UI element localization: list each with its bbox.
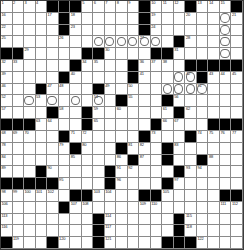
grid-cell-r10c10[interactable] <box>105 107 117 119</box>
grid-cell-r2c8[interactable] <box>82 13 94 25</box>
grid-cell-r12c7[interactable]: 71 <box>70 131 82 143</box>
grid-cell-r8c3[interactable] <box>24 84 36 96</box>
grid-cell-r11c10[interactable] <box>105 119 117 131</box>
grid-cell-r18c21[interactable]: 112 <box>231 202 243 214</box>
grid-cell-r14c3[interactable] <box>24 155 36 167</box>
grid-cell-r20c5[interactable] <box>47 225 59 237</box>
grid-cell-r21c14[interactable] <box>151 237 163 249</box>
grid-cell-r21c7[interactable] <box>70 237 82 249</box>
grid-cell-r12c8[interactable]: 72 <box>82 131 94 143</box>
grid-cell-r17c12[interactable] <box>128 190 140 202</box>
grid-cell-r4c13[interactable]: 27 <box>139 36 151 48</box>
grid-cell-r2c10[interactable] <box>105 13 117 25</box>
grid-cell-r6c9[interactable]: 35 <box>93 60 105 72</box>
grid-cell-r10c11[interactable]: 60 <box>116 107 128 119</box>
grid-cell-r6c14[interactable]: 37 <box>151 60 163 72</box>
grid-cell-r14c19[interactable]: 88 <box>208 155 220 167</box>
grid-cell-r19c4[interactable] <box>36 214 48 226</box>
grid-cell-r9c7[interactable] <box>70 95 82 107</box>
grid-cell-r8c19[interactable] <box>208 84 220 96</box>
grid-cell-r1c20[interactable]: 15 <box>220 1 232 13</box>
grid-cell-r13c14[interactable] <box>151 143 163 155</box>
grid-cell-r18c17[interactable] <box>185 202 197 214</box>
grid-cell-r18c20[interactable]: 111 <box>220 202 232 214</box>
grid-cell-r20c12[interactable] <box>128 225 140 237</box>
grid-cell-r19c19[interactable] <box>208 214 220 226</box>
grid-cell-r13c21[interactable] <box>231 143 243 155</box>
grid-cell-r13c9[interactable] <box>93 143 105 155</box>
grid-cell-r9c12[interactable]: 55 <box>128 95 140 107</box>
grid-cell-r9c10[interactable] <box>105 95 117 107</box>
grid-cell-r4c5[interactable] <box>47 36 59 48</box>
grid-cell-r3c9[interactable] <box>93 25 105 37</box>
grid-cell-r6c3[interactable] <box>24 60 36 72</box>
grid-cell-r18c11[interactable] <box>116 202 128 214</box>
grid-cell-r13c1[interactable]: 78 <box>1 143 13 155</box>
grid-cell-r3c2[interactable] <box>13 25 25 37</box>
grid-cell-r18c5[interactable] <box>47 202 59 214</box>
grid-cell-r10c6[interactable]: 58 <box>59 107 71 119</box>
grid-cell-r19c11[interactable] <box>116 214 128 226</box>
grid-cell-r8c2[interactable] <box>13 84 25 96</box>
grid-cell-r17c11[interactable] <box>116 190 128 202</box>
grid-cell-r11c5[interactable]: 64 <box>47 119 59 131</box>
grid-cell-r11c9[interactable]: 65 <box>93 119 105 131</box>
grid-cell-r1c18[interactable]: 13 <box>197 1 209 13</box>
grid-cell-r18c18[interactable] <box>197 202 209 214</box>
grid-cell-r4c14[interactable] <box>151 36 163 48</box>
grid-cell-r2c2[interactable] <box>13 13 25 25</box>
grid-cell-r19c3[interactable] <box>24 214 36 226</box>
grid-cell-r18c14[interactable]: 110 <box>151 202 163 214</box>
grid-cell-r20c7[interactable] <box>70 225 82 237</box>
grid-cell-r16c17[interactable] <box>185 178 197 190</box>
grid-cell-r9c3[interactable] <box>24 95 36 107</box>
grid-cell-r15c9[interactable] <box>93 166 105 178</box>
grid-cell-r13c20[interactable] <box>220 143 232 155</box>
grid-cell-r10c17[interactable]: 62 <box>185 107 197 119</box>
grid-cell-r7c16[interactable] <box>174 72 186 84</box>
grid-cell-r20c4[interactable] <box>36 225 48 237</box>
grid-cell-r6c5[interactable] <box>47 60 59 72</box>
grid-cell-r6c15[interactable]: 38 <box>162 60 174 72</box>
grid-cell-r7c17[interactable]: 42 <box>185 72 197 84</box>
grid-cell-r5c11[interactable] <box>116 48 128 60</box>
grid-cell-r4c19[interactable] <box>208 36 220 48</box>
grid-cell-r8c8[interactable] <box>82 84 94 96</box>
grid-cell-r2c9[interactable] <box>93 13 105 25</box>
grid-cell-r12c3[interactable]: 70 <box>24 131 36 143</box>
grid-cell-r17c10[interactable]: 104 <box>105 190 117 202</box>
grid-cell-r4c4[interactable] <box>36 36 48 48</box>
grid-cell-r11c16[interactable]: 67 <box>174 119 186 131</box>
grid-cell-r6c2[interactable]: 33 <box>13 60 25 72</box>
grid-cell-r19c14[interactable] <box>151 214 163 226</box>
grid-cell-r17c19[interactable] <box>208 190 220 202</box>
grid-cell-r7c5[interactable] <box>47 72 59 84</box>
grid-cell-r1c10[interactable]: 7 <box>105 1 117 13</box>
grid-cell-r5c3[interactable]: 29 <box>24 48 36 60</box>
grid-cell-r21c6[interactable]: 120 <box>59 237 71 249</box>
grid-cell-r4c6[interactable]: 26 <box>59 36 71 48</box>
grid-cell-r7c10[interactable] <box>105 72 117 84</box>
grid-cell-r16c11[interactable]: 96 <box>116 178 128 190</box>
grid-cell-r16c21[interactable] <box>231 178 243 190</box>
grid-cell-r7c11[interactable] <box>116 72 128 84</box>
grid-cell-r3c19[interactable] <box>208 25 220 37</box>
grid-cell-r16c20[interactable] <box>220 178 232 190</box>
grid-cell-r1c3[interactable]: 3 <box>24 1 36 13</box>
grid-cell-r2c14[interactable]: 19 <box>151 13 163 25</box>
grid-cell-r12c21[interactable]: 77 <box>231 131 243 143</box>
grid-cell-r10c21[interactable] <box>231 107 243 119</box>
grid-cell-r21c4[interactable] <box>36 237 48 249</box>
grid-cell-r20c19[interactable] <box>208 225 220 237</box>
grid-cell-r8c20[interactable] <box>220 84 232 96</box>
grid-cell-r5c10[interactable]: 30 <box>105 48 117 60</box>
grid-cell-r20c11[interactable] <box>116 225 128 237</box>
grid-cell-r13c8[interactable]: 80 <box>82 143 94 155</box>
grid-cell-r21c13[interactable] <box>139 237 151 249</box>
grid-cell-r15c1[interactable]: 89 <box>1 166 13 178</box>
grid-cell-r6c6[interactable] <box>59 60 71 72</box>
grid-cell-r3c10[interactable] <box>105 25 117 37</box>
grid-cell-r21c3[interactable] <box>24 237 36 249</box>
grid-cell-r18c15[interactable] <box>162 202 174 214</box>
grid-cell-r9c4[interactable]: 53 <box>36 95 48 107</box>
grid-cell-r21c20[interactable] <box>220 237 232 249</box>
grid-cell-r9c19[interactable] <box>208 95 220 107</box>
grid-cell-r7c4[interactable] <box>36 72 48 84</box>
grid-cell-r5c5[interactable] <box>47 48 59 60</box>
grid-cell-r8c5[interactable]: 47 <box>47 84 59 96</box>
grid-cell-r1c16[interactable]: 12 <box>174 1 186 13</box>
grid-cell-r11c6[interactable] <box>59 119 71 131</box>
grid-cell-r7c1[interactable]: 39 <box>1 72 13 84</box>
grid-cell-r2c17[interactable]: 20 <box>185 13 197 25</box>
grid-cell-r5c4[interactable] <box>36 48 48 60</box>
grid-cell-r6c10[interactable] <box>105 60 117 72</box>
grid-cell-r13c17[interactable] <box>185 143 197 155</box>
grid-cell-r16c6[interactable]: 95 <box>59 178 71 190</box>
grid-cell-r6c8[interactable]: 34 <box>82 60 94 72</box>
grid-cell-r4c18[interactable] <box>197 36 209 48</box>
grid-cell-r20c15[interactable] <box>162 225 174 237</box>
grid-cell-r21c2[interactable]: 119 <box>13 237 25 249</box>
grid-cell-r18c10[interactable] <box>105 202 117 214</box>
grid-cell-r17c15[interactable]: 105 <box>162 190 174 202</box>
grid-cell-r10c14[interactable] <box>151 107 163 119</box>
grid-cell-r13c16[interactable]: 83 <box>174 143 186 155</box>
grid-cell-r3c16[interactable] <box>174 25 186 37</box>
grid-cell-r11c11[interactable] <box>116 119 128 131</box>
grid-cell-r7c9[interactable] <box>93 72 105 84</box>
grid-cell-r19c8[interactable] <box>82 214 94 226</box>
grid-cell-r4c7[interactable] <box>70 36 82 48</box>
grid-cell-r4c20[interactable] <box>220 36 232 48</box>
grid-cell-r7c21[interactable]: 45 <box>231 72 243 84</box>
grid-cell-r14c9[interactable] <box>93 155 105 167</box>
grid-cell-r15c15[interactable] <box>162 166 174 178</box>
grid-cell-r8c6[interactable]: 48 <box>59 84 71 96</box>
grid-cell-r6c4[interactable] <box>36 60 48 72</box>
grid-cell-r15c7[interactable] <box>70 166 82 178</box>
grid-cell-r10c20[interactable] <box>220 107 232 119</box>
grid-cell-r3c3[interactable] <box>24 25 36 37</box>
grid-cell-r2c16[interactable] <box>174 13 186 25</box>
grid-cell-r7c15[interactable] <box>162 72 174 84</box>
grid-cell-r9c2[interactable] <box>13 95 25 107</box>
grid-cell-r5c7[interactable] <box>70 48 82 60</box>
grid-cell-r15c19[interactable] <box>208 166 220 178</box>
grid-cell-r18c4[interactable] <box>36 202 48 214</box>
grid-cell-r1c15[interactable]: 11 <box>162 1 174 13</box>
grid-cell-r19c6[interactable] <box>59 214 71 226</box>
grid-cell-r15c14[interactable] <box>151 166 163 178</box>
grid-cell-r6c16[interactable] <box>174 60 186 72</box>
grid-cell-r12c16[interactable] <box>174 131 186 143</box>
grid-cell-r14c2[interactable] <box>13 155 25 167</box>
grid-cell-r21c10[interactable]: 121 <box>105 237 117 249</box>
grid-cell-r17c4[interactable]: 101 <box>36 190 48 202</box>
grid-cell-r12c9[interactable] <box>93 131 105 143</box>
grid-cell-r3c21[interactable] <box>231 25 243 37</box>
grid-cell-r19c20[interactable] <box>220 214 232 226</box>
grid-cell-r19c18[interactable] <box>197 214 209 226</box>
grid-cell-r7c19[interactable]: 43 <box>208 72 220 84</box>
grid-cell-r18c7[interactable]: 107 <box>70 202 82 214</box>
grid-cell-r12c19[interactable]: 75 <box>208 131 220 143</box>
grid-cell-r12c10[interactable] <box>105 131 117 143</box>
grid-cell-r11c17[interactable] <box>185 119 197 131</box>
grid-cell-r17c3[interactable]: 100 <box>24 190 36 202</box>
grid-cell-r15c13[interactable] <box>139 166 151 178</box>
grid-cell-r16c8[interactable] <box>82 178 94 190</box>
grid-cell-r11c15[interactable]: 66 <box>162 119 174 131</box>
grid-cell-r7c2[interactable] <box>13 72 25 84</box>
grid-cell-r20c21[interactable] <box>231 225 243 237</box>
grid-cell-r5c17[interactable] <box>185 48 197 60</box>
grid-cell-r16c13[interactable] <box>139 178 151 190</box>
grid-cell-r9c20[interactable] <box>220 95 232 107</box>
grid-cell-r3c8[interactable] <box>82 25 94 37</box>
grid-cell-r11c12[interactable] <box>128 119 140 131</box>
grid-cell-r14c13[interactable]: 87 <box>139 155 151 167</box>
grid-cell-r6c11[interactable] <box>116 60 128 72</box>
grid-cell-r9c18[interactable] <box>197 95 209 107</box>
grid-cell-r12c14[interactable]: 73 <box>151 131 163 143</box>
grid-cell-r1c8[interactable]: 5 <box>82 1 94 13</box>
grid-cell-r8c15[interactable] <box>162 84 174 96</box>
grid-cell-r13c10[interactable] <box>105 143 117 155</box>
grid-cell-r2c4[interactable] <box>36 13 48 25</box>
grid-cell-r2c7[interactable]: 18 <box>70 13 82 25</box>
grid-cell-r5c18[interactable] <box>197 48 209 60</box>
grid-cell-r18c3[interactable] <box>24 202 36 214</box>
grid-cell-r3c5[interactable] <box>47 25 59 37</box>
grid-cell-r12c5[interactable] <box>47 131 59 143</box>
grid-cell-r15c12[interactable]: 92 <box>128 166 140 178</box>
grid-cell-r17c6[interactable] <box>59 190 71 202</box>
grid-cell-r3c7[interactable]: 23 <box>70 25 82 37</box>
grid-cell-r7c7[interactable]: 40 <box>70 72 82 84</box>
grid-cell-r10c12[interactable] <box>128 107 140 119</box>
grid-cell-r13c19[interactable] <box>208 143 220 155</box>
grid-cell-r1c12[interactable]: 9 <box>128 1 140 13</box>
grid-cell-r14c14[interactable] <box>151 155 163 167</box>
grid-cell-r18c8[interactable]: 108 <box>82 202 94 214</box>
grid-cell-r8c11[interactable] <box>116 84 128 96</box>
grid-cell-r20c8[interactable] <box>82 225 94 237</box>
grid-cell-r21c8[interactable] <box>82 237 94 249</box>
grid-cell-r10c2[interactable] <box>13 107 25 119</box>
grid-cell-r1c9[interactable]: 6 <box>93 1 105 13</box>
grid-cell-r10c1[interactable]: 57 <box>1 107 13 119</box>
grid-cell-r17c2[interactable]: 99 <box>13 190 25 202</box>
grid-cell-r3c18[interactable] <box>197 25 209 37</box>
grid-cell-r12c18[interactable]: 74 <box>197 131 209 143</box>
grid-cell-r5c20[interactable] <box>220 48 232 60</box>
grid-cell-r4c15[interactable] <box>162 36 174 48</box>
grid-cell-r13c6[interactable]: 79 <box>59 143 71 155</box>
grid-cell-r12c15[interactable] <box>162 131 174 143</box>
grid-cell-r2c20[interactable] <box>220 13 232 25</box>
grid-cell-r20c14[interactable] <box>151 225 163 237</box>
grid-cell-r14c21[interactable] <box>231 155 243 167</box>
grid-cell-r8c17[interactable] <box>185 84 197 96</box>
grid-cell-r20c1[interactable]: 116 <box>1 225 13 237</box>
grid-cell-r8c18[interactable]: 51 <box>197 84 209 96</box>
grid-cell-r5c16[interactable]: 31 <box>174 48 186 60</box>
grid-cell-r2c11[interactable] <box>116 13 128 25</box>
grid-cell-r14c10[interactable] <box>105 155 117 167</box>
grid-cell-r16c14[interactable] <box>151 178 163 190</box>
grid-cell-r15c18[interactable]: 94 <box>197 166 209 178</box>
grid-cell-r20c20[interactable] <box>220 225 232 237</box>
grid-cell-r4c12[interactable] <box>128 36 140 48</box>
grid-cell-r12c12[interactable] <box>128 131 140 143</box>
grid-cell-r12c2[interactable]: 69 <box>13 131 25 143</box>
grid-cell-r14c4[interactable] <box>36 155 48 167</box>
grid-cell-r7c20[interactable]: 44 <box>220 72 232 84</box>
grid-cell-r2c3[interactable] <box>24 13 36 25</box>
grid-cell-r21c21[interactable] <box>231 237 243 249</box>
grid-cell-r16c7[interactable] <box>70 178 82 190</box>
grid-cell-r9c16[interactable]: 56 <box>174 95 186 107</box>
grid-cell-r16c18[interactable] <box>197 178 209 190</box>
grid-cell-r18c1[interactable]: 106 <box>1 202 13 214</box>
grid-cell-r17c5[interactable]: 102 <box>47 190 59 202</box>
grid-cell-r15c17[interactable]: 93 <box>185 166 197 178</box>
grid-cell-r19c12[interactable] <box>128 214 140 226</box>
grid-cell-r16c16[interactable]: 97 <box>174 178 186 190</box>
grid-cell-r4c17[interactable]: 28 <box>185 36 197 48</box>
grid-cell-r3c12[interactable] <box>128 25 140 37</box>
grid-cell-r11c4[interactable]: 63 <box>36 119 48 131</box>
grid-cell-r15c20[interactable] <box>220 166 232 178</box>
grid-cell-r18c16[interactable] <box>174 202 186 214</box>
grid-cell-r7c14[interactable] <box>151 72 163 84</box>
grid-cell-r3c20[interactable] <box>220 25 232 37</box>
grid-cell-r17c17[interactable] <box>185 190 197 202</box>
grid-cell-r10c7[interactable] <box>70 107 82 119</box>
grid-cell-r17c9[interactable]: 103 <box>93 190 105 202</box>
grid-cell-r1c11[interactable]: 8 <box>116 1 128 13</box>
grid-cell-r1c4[interactable]: 4 <box>36 1 48 13</box>
grid-cell-r2c15[interactable] <box>162 13 174 25</box>
grid-cell-r1c2[interactable]: 2 <box>13 1 25 13</box>
grid-cell-r3c4[interactable] <box>36 25 48 37</box>
grid-cell-r15c21[interactable] <box>231 166 243 178</box>
grid-cell-r4c11[interactable] <box>116 36 128 48</box>
grid-cell-r13c12[interactable]: 81 <box>128 143 140 155</box>
grid-cell-r8c21[interactable] <box>231 84 243 96</box>
grid-cell-r19c21[interactable] <box>231 214 243 226</box>
grid-cell-r2c5[interactable]: 17 <box>47 13 59 25</box>
grid-cell-r13c4[interactable] <box>36 143 48 155</box>
grid-cell-r19c13[interactable] <box>139 214 151 226</box>
grid-cell-r18c19[interactable] <box>208 202 220 214</box>
grid-cell-r7c8[interactable] <box>82 72 94 84</box>
grid-cell-r5c12[interactable] <box>128 48 140 60</box>
grid-cell-r4c8[interactable] <box>82 36 94 48</box>
grid-cell-r13c2[interactable] <box>13 143 25 155</box>
grid-cell-r8c14[interactable] <box>151 84 163 96</box>
grid-cell-r15c5[interactable]: 90 <box>47 166 59 178</box>
grid-cell-r4c1[interactable]: 25 <box>1 36 13 48</box>
grid-cell-r5c6[interactable] <box>59 48 71 60</box>
grid-cell-r21c12[interactable] <box>128 237 140 249</box>
grid-cell-r8c7[interactable] <box>70 84 82 96</box>
grid-cell-r10c19[interactable] <box>208 107 220 119</box>
grid-cell-r10c18[interactable] <box>197 107 209 119</box>
grid-cell-r8c10[interactable]: 49 <box>105 84 117 96</box>
grid-cell-r3c11[interactable] <box>116 25 128 37</box>
grid-cell-r7c13[interactable]: 41 <box>139 72 151 84</box>
grid-cell-r13c5[interactable] <box>47 143 59 155</box>
grid-cell-r12c11[interactable] <box>116 131 128 143</box>
grid-cell-r14c16[interactable] <box>174 155 186 167</box>
grid-cell-r14c7[interactable]: 85 <box>70 155 82 167</box>
grid-cell-r15c8[interactable] <box>82 166 94 178</box>
grid-cell-r13c3[interactable] <box>24 143 36 155</box>
grid-cell-r8c13[interactable] <box>139 84 151 96</box>
grid-cell-r13c18[interactable] <box>197 143 209 155</box>
grid-cell-r12c20[interactable]: 76 <box>220 131 232 143</box>
grid-cell-r17c18[interactable] <box>197 190 209 202</box>
grid-cell-r14c6[interactable] <box>59 155 71 167</box>
grid-cell-r2c18[interactable] <box>197 13 209 25</box>
grid-cell-r9c8[interactable] <box>82 95 94 107</box>
grid-cell-r14c20[interactable] <box>220 155 232 167</box>
grid-cell-r19c2[interactable] <box>13 214 25 226</box>
grid-cell-r20c17[interactable]: 118 <box>185 225 197 237</box>
grid-cell-r21c11[interactable] <box>116 237 128 249</box>
grid-cell-r2c21[interactable]: 21 <box>231 13 243 25</box>
grid-cell-r2c19[interactable] <box>208 13 220 25</box>
grid-cell-r18c9[interactable] <box>93 202 105 214</box>
grid-cell-r10c3[interactable] <box>24 107 36 119</box>
grid-cell-r18c13[interactable]: 109 <box>139 202 151 214</box>
grid-cell-r20c13[interactable] <box>139 225 151 237</box>
grid-cell-r19c15[interactable] <box>162 214 174 226</box>
grid-cell-r4c9[interactable] <box>93 36 105 48</box>
grid-cell-r11c13[interactable] <box>139 119 151 131</box>
grid-cell-r21c18[interactable]: 122 <box>197 237 209 249</box>
grid-cell-r18c2[interactable] <box>13 202 25 214</box>
grid-cell-r16c12[interactable] <box>128 178 140 190</box>
grid-cell-r15c2[interactable] <box>13 166 25 178</box>
